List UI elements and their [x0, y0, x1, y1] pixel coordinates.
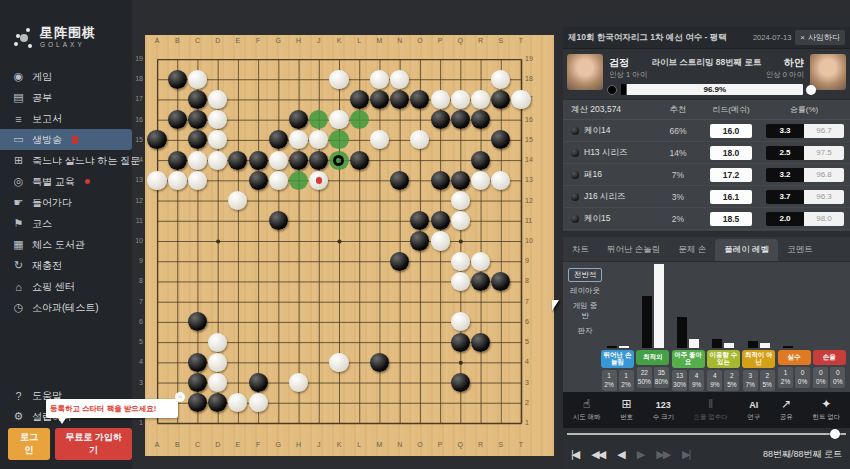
- col-move: 추천: [658, 104, 698, 116]
- coord-letter-bottom: T: [515, 441, 527, 448]
- sidebar-item[interactable]: ≡보고서: [0, 108, 132, 129]
- black-stone: [390, 171, 409, 190]
- coord-number-right: 8: [525, 277, 537, 284]
- golaxy-logo-icon: [8, 24, 34, 50]
- black-stone: [289, 151, 308, 170]
- life-death-icon: ⊞: [12, 154, 25, 167]
- sidebar-item-label: 생방송: [32, 133, 62, 147]
- lead-cell: 18.0: [698, 146, 764, 160]
- players-bar: 검정 인상 1 아이 하얀 인상 0 아이 라이브 스트리밍 88번째 로트 9…: [563, 49, 850, 99]
- sidebar-item[interactable]: ▭생방송: [0, 129, 132, 150]
- last-move-dot: [316, 177, 323, 184]
- category-values: 49%25%: [707, 370, 739, 391]
- winrate-cell: 3.796.3: [764, 190, 850, 204]
- white-stone: [451, 272, 470, 291]
- black-stone: [168, 110, 187, 129]
- move-counter-label: 88번째/88번째 로트: [763, 448, 842, 461]
- sidebar-item[interactable]: ▤공부: [0, 87, 132, 108]
- black-stone: [431, 211, 450, 230]
- white-stone: [329, 70, 348, 89]
- white-stone: [471, 171, 490, 190]
- move-numbers-icon: ⊞: [622, 398, 632, 412]
- coord-number-left: 5: [131, 338, 143, 345]
- black-value-box: 1330%: [672, 370, 687, 391]
- tool-move-numbers[interactable]: ⊞번호: [620, 398, 633, 422]
- nav-fast-back-button[interactable]: ◀◀: [591, 448, 604, 461]
- winrate-cell: 3.296.8: [764, 168, 850, 182]
- black-stone: [228, 151, 247, 170]
- white-stone: [390, 70, 409, 89]
- coord-number-right: 4: [525, 358, 537, 365]
- lead-value: 18.5: [710, 212, 752, 226]
- coord-letter-top: J: [313, 37, 325, 44]
- play-level-filter[interactable]: 전반적: [568, 268, 602, 282]
- coord-number-left: 15: [131, 136, 143, 143]
- nav-fast-forward-button[interactable]: ▶▶: [656, 448, 669, 461]
- candidate-pct: 2%: [658, 214, 698, 224]
- category-badge: 실수: [778, 350, 811, 365]
- coord-number-right: 3: [525, 379, 537, 386]
- tooltip-close-icon[interactable]: ×: [175, 392, 185, 402]
- live-icon: ▭: [12, 133, 25, 146]
- white-stone: [249, 393, 268, 412]
- candidate-marker[interactable]: [350, 110, 369, 129]
- col-winrate: 승률(%): [764, 104, 850, 115]
- black-stone-icon: [571, 171, 579, 179]
- candidate-marker[interactable]: [329, 130, 348, 149]
- sidebar-item[interactable]: ⌂쇼핑 센터: [0, 276, 132, 297]
- last-move-marker-holder: [309, 171, 328, 190]
- candidate-move-cell: H13 시리즈: [563, 147, 658, 159]
- black-stone-icon: [571, 127, 579, 135]
- coord-number-left: 12: [131, 197, 143, 204]
- logo-title: 星阵围棋: [40, 26, 96, 40]
- white-bar: [654, 264, 664, 348]
- coord-letter-top: T: [515, 37, 527, 44]
- black-stone: [309, 151, 328, 170]
- white-stone: [208, 353, 227, 372]
- lead-cell: 16.1: [698, 190, 764, 204]
- tool-label: 힌트 얻다: [812, 413, 840, 422]
- coord-number-right: 14: [525, 156, 537, 163]
- candidate-move-label: J16 시리즈: [584, 191, 626, 203]
- coord-letter-bottom: N: [394, 441, 406, 448]
- candidate-move-cell: 패16: [563, 169, 658, 181]
- lead-value: 16.0: [710, 124, 752, 138]
- sidebar-item-label: 죽느냐 살느냐 하는 질문: [32, 154, 140, 168]
- white-stone: [431, 231, 450, 250]
- candidate-pct: 3%: [658, 192, 698, 202]
- tab-item[interactable]: 문제 손: [669, 239, 715, 261]
- move-navigation: |◀◀◀◀▶▶▶▶|88번째/88번째 로트: [563, 439, 850, 469]
- tab-active[interactable]: 플레이 레벨: [715, 239, 778, 261]
- candidate-move-label: 케이15: [584, 213, 610, 225]
- course-icon: ⚑: [12, 217, 25, 230]
- tool-hint[interactable]: ✦힌트 얻다: [812, 398, 840, 422]
- category-values: 00%00%: [813, 367, 845, 388]
- golaxy-logo: 星阵围棋 GOLAXY: [8, 24, 96, 50]
- col-lead: 리드(메쉬): [698, 104, 764, 115]
- coord-number-left: 1: [131, 419, 143, 426]
- stream-label: 라이브 스트리밍 88번째 로트: [563, 57, 850, 69]
- black-stone: [168, 70, 187, 89]
- category-values: 2250%3580%: [637, 367, 669, 388]
- play-level-filters: 전반적레이아웃게임 중반판자: [568, 268, 602, 340]
- tool-label: 수 크기: [653, 413, 674, 422]
- signup-button[interactable]: 무료로 가입하기: [55, 428, 132, 460]
- chart-group: 최적의2250%3580%: [636, 264, 669, 391]
- sidebar-item[interactable]: ▦체스 도서관: [0, 234, 132, 255]
- lead-value: 18.0: [710, 146, 752, 160]
- analysis-row[interactable]: 패167%17.23.296.8: [563, 164, 850, 186]
- white-bar: [760, 343, 770, 348]
- coord-number-right: 1: [525, 419, 537, 426]
- logo-subtitle: GOLAXY: [40, 41, 96, 48]
- category-badge: 뛰어난 손놀림: [601, 350, 634, 368]
- white-stone: [269, 171, 288, 190]
- sidebar-item-label: 게임: [32, 70, 52, 84]
- black-stone-icon: [571, 193, 579, 201]
- sidebar-item[interactable]: ◎특별 교육: [0, 171, 132, 192]
- coord-number-right: 18: [525, 75, 537, 82]
- coord-letter-top: H: [293, 37, 305, 44]
- chart-group: 뛰어난 손놀림12%12%: [601, 264, 634, 391]
- resign-button[interactable]: × 사임하다: [795, 30, 845, 45]
- tool-try-move[interactable]: ☝시도 해봐: [573, 398, 601, 422]
- chart-bars: [818, 264, 840, 348]
- tool-ai-research[interactable]: AI연구: [747, 398, 760, 422]
- move-slider[interactable]: [563, 428, 850, 439]
- coord-number-right: 11: [525, 217, 537, 224]
- coord-number-right: 19: [525, 55, 537, 62]
- white-winrate-value: 96.8: [804, 168, 844, 182]
- white-stone: [491, 70, 510, 89]
- chart-bars: [677, 264, 699, 348]
- close-icon: ×: [800, 33, 805, 42]
- black-stone: [188, 373, 207, 392]
- black-stone: [249, 151, 268, 170]
- col-visits: 계산 203,574: [563, 104, 658, 116]
- play-level-filter[interactable]: 게임 중반: [568, 300, 602, 322]
- sidebar-item[interactable]: ◉게임: [0, 66, 132, 87]
- coord-letter-top: P: [434, 37, 446, 44]
- black-stone: [168, 151, 187, 170]
- nav-forward-button[interactable]: ▶: [637, 448, 643, 461]
- board-toolbar: ☝시도 해봐⊞번호123수 크기‖손을 멈추다AI연구↗공유✦힌트 얻다: [563, 392, 850, 428]
- coord-number-right: 15: [525, 136, 537, 143]
- pass-icon: ‖: [708, 398, 713, 412]
- candidate-move-cell: J16 시리즈: [563, 191, 658, 203]
- winbar-white-seg: 96.9%: [627, 84, 803, 95]
- white-winrate-value: 97.5: [804, 146, 844, 160]
- black-stone: [188, 353, 207, 372]
- game-date: 2024-07-13: [753, 33, 791, 42]
- white-value-box: 25%: [724, 370, 739, 391]
- coord-number-right: 6: [525, 318, 537, 325]
- slider-knob[interactable]: [830, 429, 840, 439]
- candidate-move-label: 케이14: [584, 125, 610, 137]
- chart-bars: [712, 264, 734, 348]
- coord-number-right: 5: [525, 338, 537, 345]
- analysis-row[interactable]: J16 시리즈3%16.13.796.3: [563, 186, 850, 208]
- black-stone: [249, 171, 268, 190]
- candidate-move-label: H13 시리즈: [584, 147, 627, 159]
- black-stone: [431, 110, 450, 129]
- special-training-icon: ◎: [12, 175, 25, 188]
- slider-track[interactable]: [567, 433, 846, 435]
- game-titlebar: 제10회 한국여자리그 1차 예선 여수 - 평택 2024-07-13 × 사…: [563, 27, 850, 49]
- play-level-chart: 뛰어난 손놀림12%12%최적의2250%3580%아주 좋아요1330%49%…: [601, 264, 848, 391]
- sidebar-item-label: 들어가다: [32, 196, 72, 210]
- candidate-pct: 66%: [658, 126, 698, 136]
- share-icon: ↗: [781, 398, 791, 412]
- black-value-box: 12%: [778, 367, 793, 388]
- black-value-box: 49%: [707, 370, 722, 391]
- sidebar-item-label: 체스 도서관: [32, 238, 85, 252]
- try-move-icon: ☝: [583, 398, 590, 412]
- sidebar-item[interactable]: ⚑코스: [0, 213, 132, 234]
- login-button[interactable]: 로그인: [8, 428, 50, 460]
- coord-letter-bottom: K: [333, 441, 345, 448]
- coord-number-left: 4: [131, 358, 143, 365]
- black-stone: [410, 231, 429, 250]
- coord-number-left: 9: [131, 257, 143, 264]
- coord-letter-top: E: [232, 37, 244, 44]
- nav-first-button[interactable]: |◀: [571, 448, 578, 461]
- candidate-move-cell: 케이15: [563, 213, 658, 225]
- coord-number-right: 2: [525, 399, 537, 406]
- white-stone: [208, 151, 227, 170]
- lead-cell: 17.2: [698, 168, 764, 182]
- coord-number-left: 10: [131, 237, 143, 244]
- coord-letter-top: Q: [454, 37, 466, 44]
- tool-count[interactable]: 123수 크기: [653, 398, 674, 422]
- count-icon: 123: [656, 398, 671, 412]
- coord-number-right: 13: [525, 176, 537, 183]
- black-value-box: 37%: [743, 370, 758, 391]
- black-bar: [677, 317, 687, 349]
- coord-letter-top: R: [475, 37, 487, 44]
- chart-group: 이용할 수 있는49%25%: [707, 264, 740, 391]
- white-value-box: 3580%: [654, 367, 669, 388]
- candidate-move-cell: 케이14: [563, 125, 658, 137]
- tooltip-tail: [58, 418, 66, 424]
- nav-back-button[interactable]: ◀: [617, 448, 623, 461]
- category-badge: 최적의: [636, 350, 669, 365]
- white-stone: [188, 70, 207, 89]
- study-icon: ▤: [12, 91, 25, 104]
- analysis-header: 계산 203,574 추천 리드(메쉬) 승률(%): [563, 100, 850, 120]
- tab-item[interactable]: 차트: [563, 239, 598, 261]
- sidebar-item[interactable]: ☛들어가다: [0, 192, 132, 213]
- white-bar: [689, 339, 699, 348]
- lead-cell: 18.5: [698, 212, 764, 226]
- ai-research-icon: AI: [749, 398, 758, 412]
- white-winrate-value: 98.0: [804, 212, 844, 226]
- tab-item[interactable]: 코멘트: [778, 239, 822, 261]
- black-bar: [607, 346, 617, 348]
- chart-group: 실수12%00%: [778, 264, 811, 391]
- coord-letter-top: F: [252, 37, 264, 44]
- black-stone: [370, 90, 389, 109]
- black-winrate-value: 2.0: [766, 212, 804, 226]
- analysis-row[interactable]: 케이152%18.52.098.0: [563, 208, 850, 230]
- chart-bars: [642, 264, 664, 348]
- black-value-box: 00%: [813, 367, 828, 388]
- black-stone: [431, 171, 450, 190]
- tool-label: 번호: [620, 413, 633, 422]
- white-winrate-value: 96.3: [804, 190, 844, 204]
- coord-number-right: 16: [525, 116, 537, 123]
- coord-letter-bottom: L: [353, 441, 365, 448]
- library-icon: ▦: [12, 238, 25, 251]
- sidebar-item-label: 소아과(테스트): [32, 301, 99, 315]
- category-badge: 최적이 아닌: [742, 350, 775, 368]
- live-badge-icon: [72, 136, 78, 144]
- lead-value: 16.1: [710, 190, 752, 204]
- coord-letter-top: L: [353, 37, 365, 44]
- sidebar-item[interactable]: ↻재충전: [0, 255, 132, 276]
- candidate-pct: 14%: [658, 148, 698, 158]
- black-stone: [350, 151, 369, 170]
- black-value-box: 12%: [602, 370, 617, 391]
- coord-letter-top: D: [212, 37, 224, 44]
- game-title: 제10회 한국여자리그 1차 예선 여수 - 평택: [568, 32, 749, 44]
- white-stone: [188, 171, 207, 190]
- sidebar-item-label: 공부: [32, 91, 52, 105]
- go-board[interactable]: AABBCCDDEEFFGGHHJJKKLLMMNNOOPPQQRRSSTT19…: [145, 35, 554, 456]
- game-icon: ◉: [12, 70, 25, 83]
- coord-letter-top: C: [191, 37, 203, 44]
- category-values: 37%25%: [743, 370, 775, 391]
- analysis-row[interactable]: 케이1466%16.03.396.7: [563, 120, 850, 142]
- shop-icon: ⌂: [12, 281, 25, 293]
- coord-letter-top: B: [171, 37, 183, 44]
- chart-bars: [748, 264, 770, 348]
- black-bar: [712, 339, 722, 348]
- new-badge-icon: [85, 179, 90, 184]
- chart-group: 손을00%00%: [813, 264, 846, 391]
- white-stone: [269, 151, 288, 170]
- category-badge: 이용할 수 있는: [707, 350, 740, 368]
- play-level-filter[interactable]: 판자: [568, 325, 602, 337]
- chart-bars: [607, 264, 629, 348]
- candidate-marker[interactable]: [329, 151, 348, 170]
- coord-letter-bottom: A: [151, 441, 163, 448]
- white-bar: [724, 343, 734, 348]
- hint-icon: ✦: [821, 398, 831, 412]
- white-stone: [329, 353, 348, 372]
- coord-letter-bottom: C: [191, 441, 203, 448]
- tab-bar: 차트뛰어난 손놀림문제 손플레이 레벨코멘트: [563, 237, 850, 261]
- winrate-cell: 3.396.7: [764, 124, 850, 138]
- sidebar-item-label: 보고서: [32, 112, 62, 126]
- coord-letter-bottom: O: [414, 441, 426, 448]
- tab-item[interactable]: 뛰어난 손놀림: [598, 239, 669, 261]
- coord-letter-bottom: S: [495, 441, 507, 448]
- chart-bars: [783, 264, 805, 348]
- white-stone: [451, 191, 470, 210]
- coord-letter-bottom: P: [434, 441, 446, 448]
- analysis-rows: 케이1466%16.03.396.7H13 시리즈14%18.02.597.5패…: [563, 120, 850, 230]
- black-stone-icon: [571, 149, 579, 157]
- tool-pass[interactable]: ‖손을 멈추다: [693, 398, 727, 422]
- coord-number-right: 12: [525, 197, 537, 204]
- black-stone: [471, 333, 490, 352]
- coord-number-right: 9: [525, 257, 537, 264]
- analysis-panel: 제10회 한국여자리그 1차 예선 여수 - 평택 2024-07-13 × 사…: [563, 0, 850, 469]
- coord-letter-bottom: Q: [454, 441, 466, 448]
- black-color-icon: [607, 85, 617, 95]
- black-player-sub: 인상 1 아이: [609, 70, 647, 80]
- black-stone: [390, 252, 409, 271]
- coord-letter-top: S: [495, 37, 507, 44]
- coord-number-left: 16: [131, 116, 143, 123]
- white-player-sub: 인상 0 아이: [766, 70, 804, 80]
- coord-number-left: 19: [131, 55, 143, 62]
- resign-label: 사임하다: [808, 32, 840, 43]
- tool-label: 공유: [780, 413, 793, 422]
- coord-number-left: 13: [131, 176, 143, 183]
- tool-share[interactable]: ↗공유: [780, 398, 793, 422]
- coord-letter-bottom: E: [232, 441, 244, 448]
- enter-icon: ☛: [12, 196, 25, 209]
- nav-last-button[interactable]: ▶|: [682, 448, 689, 461]
- white-value-box: 00%: [830, 367, 845, 388]
- report-icon: ≡: [12, 113, 25, 125]
- tool-label: 연구: [747, 413, 760, 422]
- coord-number-left: 14: [131, 156, 143, 163]
- coord-letter-bottom: G: [272, 441, 284, 448]
- white-winrate-value: 96.7: [804, 124, 844, 138]
- coord-number-left: 17: [131, 95, 143, 102]
- category-badge: 아주 좋아요: [672, 350, 705, 368]
- candidate-pct: 7%: [658, 170, 698, 180]
- category-badge: 손을: [813, 350, 846, 365]
- coord-number-left: 6: [131, 318, 143, 325]
- coord-letter-top: O: [414, 37, 426, 44]
- category-values: 12%12%: [602, 370, 634, 391]
- black-winrate-value: 3.3: [766, 124, 804, 138]
- sidebar-item-label: 특별 교육: [32, 175, 75, 189]
- coord-number-left: 7: [131, 298, 143, 305]
- category-values: 1330%49%: [672, 370, 704, 391]
- sidebar-item[interactable]: ⊞죽느냐 살느냐 하는 질문: [0, 150, 132, 171]
- black-stone: [350, 90, 369, 109]
- coord-letter-top: K: [333, 37, 345, 44]
- black-stone: [471, 151, 490, 170]
- analysis-table: 계산 203,574 추천 리드(메쉬) 승률(%) 케이1466%16.03.…: [563, 100, 850, 231]
- white-stone: [370, 70, 389, 89]
- chart-group: 아주 좋아요1330%49%: [672, 264, 705, 391]
- black-stone: [370, 353, 389, 372]
- category-values: 12%00%: [778, 367, 810, 388]
- play-level-panel: 전반적레이아웃게임 중반판자 뛰어난 손놀림12%12%최적의2250%3580…: [563, 261, 850, 392]
- sidebar-item[interactable]: ◷소아과(테스트): [0, 297, 132, 318]
- black-stone: [471, 272, 490, 291]
- black-stone: [249, 373, 268, 392]
- coord-number-right: 10: [525, 237, 537, 244]
- tool-label: 손을 멈추다: [693, 413, 727, 422]
- recharge-icon: ↻: [12, 259, 25, 272]
- play-level-filter[interactable]: 레이아웃: [568, 285, 602, 297]
- chart-group: 최적이 아닌37%25%: [742, 264, 775, 391]
- candidate-marker[interactable]: [289, 171, 308, 190]
- coord-number-left: 18: [131, 75, 143, 82]
- analysis-row[interactable]: H13 시리즈14%18.02.597.5: [563, 142, 850, 164]
- winrate-bar: 96.9%: [621, 84, 803, 95]
- white-stone: [147, 171, 166, 190]
